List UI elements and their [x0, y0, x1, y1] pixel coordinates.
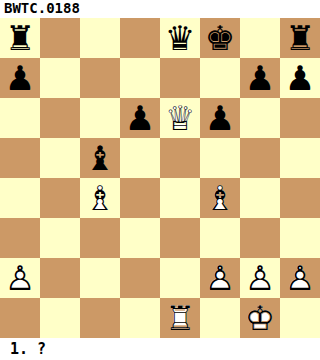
- square-b4[interactable]: [40, 178, 80, 218]
- piece-outline: ♔: [240, 298, 280, 338]
- square-d2[interactable]: [120, 258, 160, 298]
- white-rook-piece: ♜♖: [160, 298, 200, 338]
- white-pawn-piece: ♟♙: [280, 258, 320, 298]
- square-e3[interactable]: [160, 218, 200, 258]
- piece-outline: ♙: [200, 258, 240, 298]
- square-b6[interactable]: [40, 98, 80, 138]
- black-pawn-piece: ♟: [120, 98, 160, 138]
- square-a4[interactable]: [0, 178, 40, 218]
- square-e8[interactable]: ♛: [160, 18, 200, 58]
- piece-outline: ♗: [200, 178, 240, 218]
- square-b8[interactable]: [40, 18, 80, 58]
- black-bishop-piece: ♝: [80, 138, 120, 178]
- square-a2[interactable]: ♟♙: [0, 258, 40, 298]
- piece-outline: ♙: [280, 258, 320, 298]
- square-a7[interactable]: ♟: [0, 58, 40, 98]
- white-pawn-piece: ♟♙: [200, 258, 240, 298]
- square-h2[interactable]: ♟♙: [280, 258, 320, 298]
- square-f8[interactable]: ♚: [200, 18, 240, 58]
- square-g4[interactable]: [240, 178, 280, 218]
- puzzle-title: BWTC.0188: [0, 0, 320, 18]
- square-c3[interactable]: [80, 218, 120, 258]
- square-g6[interactable]: [240, 98, 280, 138]
- square-b7[interactable]: [40, 58, 80, 98]
- piece-outline: ♙: [0, 258, 40, 298]
- square-g7[interactable]: ♟: [240, 58, 280, 98]
- square-g1[interactable]: ♚♔: [240, 298, 280, 338]
- white-king-piece: ♚♔: [240, 298, 280, 338]
- square-h7[interactable]: ♟: [280, 58, 320, 98]
- square-f3[interactable]: [200, 218, 240, 258]
- piece-outline: ♖: [160, 298, 200, 338]
- square-b2[interactable]: [40, 258, 80, 298]
- square-d1[interactable]: [120, 298, 160, 338]
- square-e2[interactable]: [160, 258, 200, 298]
- square-h3[interactable]: [280, 218, 320, 258]
- square-g3[interactable]: [240, 218, 280, 258]
- square-g5[interactable]: [240, 138, 280, 178]
- square-a5[interactable]: [0, 138, 40, 178]
- square-a1[interactable]: [0, 298, 40, 338]
- square-c4[interactable]: ♝♗: [80, 178, 120, 218]
- white-bishop-piece: ♝♗: [200, 178, 240, 218]
- move-prompt: 1. ?: [0, 338, 320, 360]
- square-c7[interactable]: [80, 58, 120, 98]
- white-pawn-piece: ♟♙: [0, 258, 40, 298]
- square-d8[interactable]: [120, 18, 160, 58]
- square-b1[interactable]: [40, 298, 80, 338]
- piece-outline: ♕: [160, 98, 200, 138]
- square-f6[interactable]: ♟: [200, 98, 240, 138]
- square-d3[interactable]: [120, 218, 160, 258]
- square-d4[interactable]: [120, 178, 160, 218]
- square-h1[interactable]: [280, 298, 320, 338]
- square-h6[interactable]: [280, 98, 320, 138]
- square-a8[interactable]: ♜: [0, 18, 40, 58]
- black-pawn-piece: ♟: [200, 98, 240, 138]
- square-e6[interactable]: ♛♕: [160, 98, 200, 138]
- square-b5[interactable]: [40, 138, 80, 178]
- square-d6[interactable]: ♟: [120, 98, 160, 138]
- square-f5[interactable]: [200, 138, 240, 178]
- white-queen-piece: ♛♕: [160, 98, 200, 138]
- square-f1[interactable]: [200, 298, 240, 338]
- square-f2[interactable]: ♟♙: [200, 258, 240, 298]
- white-pawn-piece: ♟♙: [240, 258, 280, 298]
- square-a6[interactable]: [0, 98, 40, 138]
- black-pawn-piece: ♟: [0, 58, 40, 98]
- square-c2[interactable]: [80, 258, 120, 298]
- piece-outline: ♗: [80, 178, 120, 218]
- square-g8[interactable]: [240, 18, 280, 58]
- square-h8[interactable]: ♜: [280, 18, 320, 58]
- square-e4[interactable]: [160, 178, 200, 218]
- square-c1[interactable]: [80, 298, 120, 338]
- square-g2[interactable]: ♟♙: [240, 258, 280, 298]
- square-b3[interactable]: [40, 218, 80, 258]
- black-pawn-piece: ♟: [280, 58, 320, 98]
- black-rook-piece: ♜: [0, 18, 40, 58]
- square-d5[interactable]: [120, 138, 160, 178]
- square-d7[interactable]: [120, 58, 160, 98]
- black-queen-piece: ♛: [160, 18, 200, 58]
- square-c8[interactable]: [80, 18, 120, 58]
- square-f4[interactable]: ♝♗: [200, 178, 240, 218]
- chess-board: ♜♛♚♜♟♟♟♟♛♕♟♝♝♗♝♗♟♙♟♙♟♙♟♙♜♖♚♔: [0, 18, 320, 338]
- square-e1[interactable]: ♜♖: [160, 298, 200, 338]
- square-c6[interactable]: [80, 98, 120, 138]
- piece-outline: ♙: [240, 258, 280, 298]
- square-h4[interactable]: [280, 178, 320, 218]
- square-e5[interactable]: [160, 138, 200, 178]
- black-king-piece: ♚: [200, 18, 240, 58]
- square-c5[interactable]: ♝: [80, 138, 120, 178]
- black-pawn-piece: ♟: [240, 58, 280, 98]
- square-a3[interactable]: [0, 218, 40, 258]
- square-h5[interactable]: [280, 138, 320, 178]
- black-rook-piece: ♜: [280, 18, 320, 58]
- white-bishop-piece: ♝♗: [80, 178, 120, 218]
- square-e7[interactable]: [160, 58, 200, 98]
- square-f7[interactable]: [200, 58, 240, 98]
